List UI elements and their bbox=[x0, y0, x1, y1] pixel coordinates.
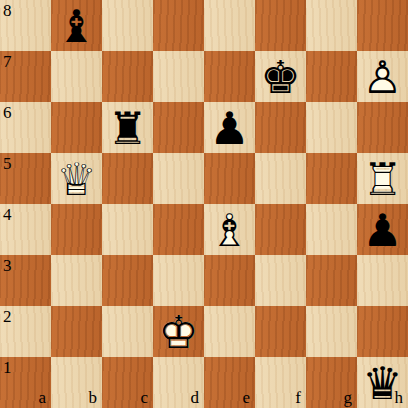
rank-label-6: 6 bbox=[3, 104, 12, 121]
bishop-glyph: ♝ bbox=[56, 3, 96, 48]
square-h6[interactable] bbox=[357, 102, 408, 153]
square-e7[interactable] bbox=[204, 51, 255, 102]
square-c8[interactable] bbox=[102, 0, 153, 51]
rank-label-2: 2 bbox=[3, 308, 12, 325]
piece-white-pawn[interactable]: ♟♙ bbox=[357, 51, 408, 102]
square-b2[interactable] bbox=[51, 306, 102, 357]
square-b7[interactable] bbox=[51, 51, 102, 102]
bishop-glyph-outline: ♗ bbox=[209, 207, 249, 252]
rank-label-4: 4 bbox=[3, 206, 12, 223]
square-b6[interactable] bbox=[51, 102, 102, 153]
rank-label-3: 3 bbox=[3, 257, 12, 274]
square-a2[interactable]: 2 bbox=[0, 306, 51, 357]
piece-white-queen[interactable]: ♛♕ bbox=[51, 153, 102, 204]
square-d8[interactable] bbox=[153, 0, 204, 51]
square-c3[interactable] bbox=[102, 255, 153, 306]
square-d5[interactable] bbox=[153, 153, 204, 204]
square-h5[interactable]: ♜♖ bbox=[357, 153, 408, 204]
square-g1[interactable]: g bbox=[306, 357, 357, 408]
square-b8[interactable]: ♝ bbox=[51, 0, 102, 51]
file-label-b: b bbox=[89, 389, 98, 406]
pawn-glyph: ♟ bbox=[362, 207, 402, 252]
square-a8[interactable]: 8 bbox=[0, 0, 51, 51]
rank-label-7: 7 bbox=[3, 53, 12, 70]
file-label-g: g bbox=[344, 389, 353, 406]
square-c7[interactable] bbox=[102, 51, 153, 102]
square-d1[interactable]: d bbox=[153, 357, 204, 408]
square-h4[interactable]: ♟ bbox=[357, 204, 408, 255]
square-g2[interactable] bbox=[306, 306, 357, 357]
square-d6[interactable] bbox=[153, 102, 204, 153]
square-g8[interactable] bbox=[306, 0, 357, 51]
square-a5[interactable]: 5 bbox=[0, 153, 51, 204]
piece-black-queen[interactable]: ♛ bbox=[357, 357, 408, 408]
chess-board: 8♝7♚♟♙6♜♟5♛♕♜♖4♝♗♟32♚♔1abcdefgh♛ bbox=[0, 0, 408, 408]
square-f1[interactable]: f bbox=[255, 357, 306, 408]
rank-label-8: 8 bbox=[3, 2, 12, 19]
piece-white-king[interactable]: ♚♔ bbox=[153, 306, 204, 357]
square-g6[interactable] bbox=[306, 102, 357, 153]
square-a1[interactable]: 1a bbox=[0, 357, 51, 408]
king-glyph-outline: ♔ bbox=[158, 309, 198, 354]
square-e2[interactable] bbox=[204, 306, 255, 357]
piece-black-pawn[interactable]: ♟ bbox=[204, 102, 255, 153]
rook-glyph-outline: ♖ bbox=[362, 156, 402, 201]
square-h2[interactable] bbox=[357, 306, 408, 357]
rank-label-1: 1 bbox=[3, 359, 12, 376]
square-e8[interactable] bbox=[204, 0, 255, 51]
square-e3[interactable] bbox=[204, 255, 255, 306]
square-f2[interactable] bbox=[255, 306, 306, 357]
square-f6[interactable] bbox=[255, 102, 306, 153]
king-glyph: ♚ bbox=[260, 54, 300, 99]
rook-glyph: ♜ bbox=[107, 105, 147, 150]
queen-glyph: ♛ bbox=[362, 360, 402, 405]
square-e6[interactable]: ♟ bbox=[204, 102, 255, 153]
file-label-e: e bbox=[242, 389, 250, 406]
square-b4[interactable] bbox=[51, 204, 102, 255]
square-a6[interactable]: 6 bbox=[0, 102, 51, 153]
rank-label-5: 5 bbox=[3, 155, 12, 172]
piece-black-rook[interactable]: ♜ bbox=[102, 102, 153, 153]
square-d3[interactable] bbox=[153, 255, 204, 306]
file-label-f: f bbox=[295, 389, 301, 406]
square-c4[interactable] bbox=[102, 204, 153, 255]
square-a4[interactable]: 4 bbox=[0, 204, 51, 255]
square-b3[interactable] bbox=[51, 255, 102, 306]
pawn-glyph: ♟ bbox=[209, 105, 249, 150]
file-label-c: c bbox=[140, 389, 148, 406]
square-f3[interactable] bbox=[255, 255, 306, 306]
square-c2[interactable] bbox=[102, 306, 153, 357]
square-f5[interactable] bbox=[255, 153, 306, 204]
square-h8[interactable] bbox=[357, 0, 408, 51]
square-c1[interactable]: c bbox=[102, 357, 153, 408]
square-c5[interactable] bbox=[102, 153, 153, 204]
square-d2[interactable]: ♚♔ bbox=[153, 306, 204, 357]
square-g5[interactable] bbox=[306, 153, 357, 204]
square-b5[interactable]: ♛♕ bbox=[51, 153, 102, 204]
square-e1[interactable]: e bbox=[204, 357, 255, 408]
square-c6[interactable]: ♜ bbox=[102, 102, 153, 153]
square-h7[interactable]: ♟♙ bbox=[357, 51, 408, 102]
square-a7[interactable]: 7 bbox=[0, 51, 51, 102]
file-label-a: a bbox=[38, 389, 46, 406]
square-d4[interactable] bbox=[153, 204, 204, 255]
square-h1[interactable]: h♛ bbox=[357, 357, 408, 408]
square-f4[interactable] bbox=[255, 204, 306, 255]
square-f7[interactable]: ♚ bbox=[255, 51, 306, 102]
square-g7[interactable] bbox=[306, 51, 357, 102]
piece-black-pawn[interactable]: ♟ bbox=[357, 204, 408, 255]
square-e5[interactable] bbox=[204, 153, 255, 204]
piece-black-bishop[interactable]: ♝ bbox=[51, 0, 102, 51]
piece-white-bishop[interactable]: ♝♗ bbox=[204, 204, 255, 255]
square-a3[interactable]: 3 bbox=[0, 255, 51, 306]
piece-black-king[interactable]: ♚ bbox=[255, 51, 306, 102]
piece-white-rook[interactable]: ♜♖ bbox=[357, 153, 408, 204]
square-g4[interactable] bbox=[306, 204, 357, 255]
square-f8[interactable] bbox=[255, 0, 306, 51]
square-b1[interactable]: b bbox=[51, 357, 102, 408]
square-h3[interactable] bbox=[357, 255, 408, 306]
square-d7[interactable] bbox=[153, 51, 204, 102]
file-label-d: d bbox=[191, 389, 200, 406]
square-g3[interactable] bbox=[306, 255, 357, 306]
pawn-glyph-outline: ♙ bbox=[362, 54, 402, 99]
square-e4[interactable]: ♝♗ bbox=[204, 204, 255, 255]
queen-glyph-outline: ♕ bbox=[56, 156, 96, 201]
